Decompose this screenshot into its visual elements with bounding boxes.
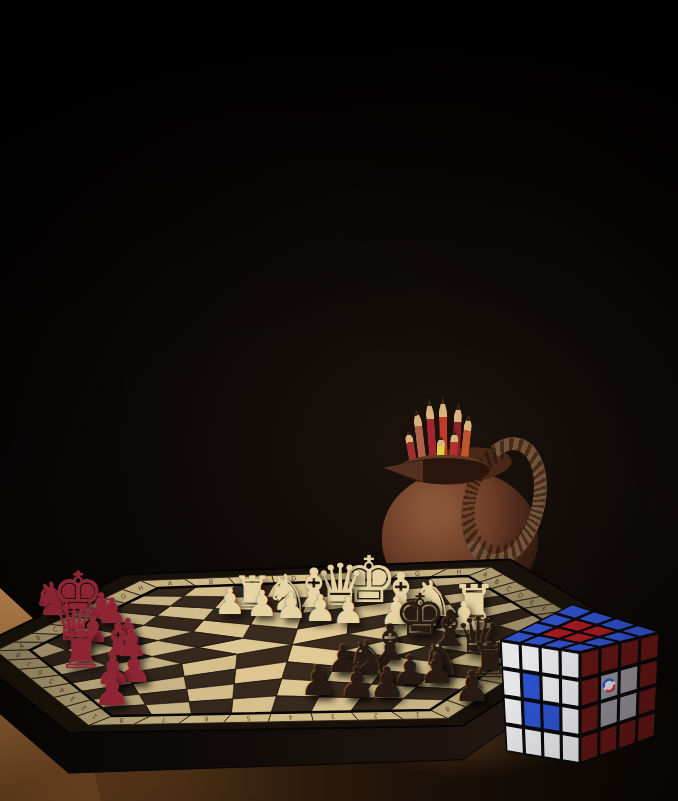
cube-sticker[interactable] xyxy=(581,649,599,679)
cube-sticker[interactable] xyxy=(640,634,659,663)
cube-sticker[interactable] xyxy=(601,644,619,673)
cube-sticker[interactable] xyxy=(561,651,579,679)
cube-sticker[interactable] xyxy=(562,707,579,735)
cube-sticker[interactable] xyxy=(581,704,598,735)
cube-sticker[interactable] xyxy=(561,679,579,707)
cube-sticker[interactable] xyxy=(521,645,540,673)
cube-sticker[interactable] xyxy=(503,670,522,698)
cube-sticker[interactable] xyxy=(543,732,560,760)
cube-sticker[interactable] xyxy=(504,698,522,726)
cube-sticker[interactable] xyxy=(562,735,579,763)
cube-sticker[interactable] xyxy=(501,642,520,670)
cube-sticker[interactable] xyxy=(620,665,638,694)
cube-sticker[interactable] xyxy=(619,692,637,722)
cube-sticker[interactable] xyxy=(523,701,541,729)
cube-sticker[interactable] xyxy=(581,676,599,706)
cube-sticker[interactable] xyxy=(620,639,639,668)
cube-sticker[interactable] xyxy=(639,660,658,689)
rubiks-cube-4x4[interactable] xyxy=(0,0,678,801)
cube-sticker[interactable] xyxy=(541,648,559,676)
cube-sticker[interactable] xyxy=(600,698,618,728)
still-life-scene: ABCDEFGHABCDEFGHABCDEFGH1234567812345678… xyxy=(0,0,678,801)
cube-sticker[interactable] xyxy=(506,726,524,754)
cube-sticker[interactable] xyxy=(524,729,542,757)
cube-sticker[interactable] xyxy=(542,676,560,704)
cube-sticker[interactable] xyxy=(522,673,540,701)
cube-sticker[interactable] xyxy=(543,704,561,732)
